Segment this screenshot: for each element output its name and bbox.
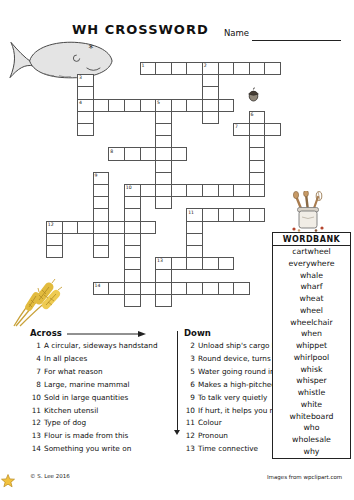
grid-cell[interactable] — [140, 221, 157, 234]
clue-num: 12 — [30, 417, 41, 430]
grid-cell[interactable] — [249, 184, 266, 197]
clue-number: 1 — [141, 63, 144, 68]
clue-text: Type of dog — [44, 417, 178, 430]
grid-cell[interactable] — [93, 196, 110, 209]
grid-cell[interactable] — [155, 196, 172, 209]
clue-number: 8 — [110, 149, 113, 154]
grid-cell[interactable] — [93, 99, 110, 112]
name-label: Name — [224, 28, 249, 38]
clue-num: 1 — [30, 340, 41, 353]
clue-text: In all places — [44, 353, 178, 366]
wordbank-word: wheat — [273, 293, 350, 305]
clue-number: 6 — [251, 112, 254, 117]
clue-number: 3 — [79, 75, 82, 80]
wordbank-word: wheelchair — [273, 317, 350, 329]
grid-cell[interactable] — [186, 99, 203, 112]
grid-cell[interactable] — [93, 221, 110, 234]
wordbank-word: cartwheel — [273, 246, 350, 258]
grid-cell[interactable] — [264, 123, 281, 136]
grid-cell[interactable] — [155, 294, 172, 307]
grid-cell[interactable]: 12 — [46, 221, 63, 234]
clue-num: 11 — [184, 417, 195, 430]
across-clue: 1A circular, sideways handstand — [30, 340, 178, 353]
grid-cell[interactable] — [77, 111, 94, 124]
wordbank-word: when — [273, 328, 350, 340]
crossword-grid: 1234567891011121314 — [46, 62, 280, 306]
grid-cell[interactable] — [124, 269, 141, 282]
grid-cell[interactable] — [124, 257, 141, 270]
grid-cell[interactable]: 8 — [108, 147, 125, 160]
grid-cell[interactable] — [93, 208, 110, 221]
grid-cell[interactable] — [202, 184, 219, 197]
across-arrow-icon — [67, 330, 147, 338]
across-clue: 11Kitchen utensil — [30, 405, 178, 418]
copyright-credit: © S. Lee 2016 — [30, 473, 70, 479]
grid-cell[interactable] — [186, 282, 203, 295]
across-clue: 13Flour is made from this — [30, 430, 178, 443]
grid-cell[interactable] — [124, 233, 141, 246]
clue-num: 6 — [184, 379, 195, 392]
wordbank-word: white — [273, 399, 350, 411]
wordbank-list: cartwheeleverywherewhalewharfwheatwheelw… — [273, 246, 350, 458]
grid-cell[interactable] — [140, 147, 157, 160]
grid-cell[interactable] — [218, 62, 235, 75]
clue-text: Something you write on — [44, 443, 178, 456]
grid-cell[interactable] — [218, 208, 235, 221]
across-clue: 8Large, marine mammal — [30, 379, 178, 392]
clue-num: 3 — [184, 353, 195, 366]
clue-num: 7 — [30, 366, 41, 379]
clue-text: Flour is made from this — [44, 430, 178, 443]
grid-cell[interactable] — [124, 282, 141, 295]
grid-cell[interactable] — [171, 282, 188, 295]
grid-cell[interactable] — [186, 221, 203, 234]
clue-num: 13 — [30, 430, 41, 443]
across-heading: Across — [30, 327, 62, 340]
clue-num: 10 — [184, 405, 195, 418]
clue-number: 2 — [204, 63, 207, 68]
wordbank-word: whistle — [273, 387, 350, 399]
wordbank-word: whisk — [273, 364, 350, 376]
across-clue: 4In all places — [30, 353, 178, 366]
clue-number: 5 — [157, 100, 160, 105]
grid-cell[interactable] — [202, 282, 219, 295]
clue-num: 11 — [30, 405, 41, 418]
clue-text: Kitchen utensil — [44, 405, 178, 418]
grid-cell[interactable] — [186, 233, 203, 246]
worksheet-page: WH CROSSWORD Name * — [0, 0, 354, 500]
grid-cell[interactable] — [155, 135, 172, 148]
grid-cell[interactable] — [124, 208, 141, 221]
clue-number: 11 — [188, 210, 194, 215]
grid-cell[interactable] — [249, 135, 266, 148]
grid-cell[interactable]: 6 — [249, 111, 266, 124]
grid-cell[interactable] — [202, 86, 219, 99]
clue-num: 12 — [184, 430, 195, 443]
clue-num: 4 — [30, 353, 41, 366]
wordbank-word: whale — [273, 270, 350, 282]
grid-cell[interactable] — [202, 208, 219, 221]
grid-cell[interactable] — [202, 111, 219, 124]
grid-cell[interactable]: 5 — [155, 99, 172, 112]
wheat-icon — [6, 276, 64, 328]
across-clue: 14Something you write on — [30, 443, 178, 456]
grid-cell[interactable] — [124, 147, 141, 160]
clue-divider-line — [177, 331, 178, 430]
wordbank-word: wheel — [273, 305, 350, 317]
grid-cell[interactable] — [171, 62, 188, 75]
grid-cell[interactable] — [108, 282, 125, 295]
clue-num: 10 — [30, 392, 41, 405]
grid-cell[interactable] — [249, 172, 266, 185]
grid-cell[interactable] — [202, 257, 219, 270]
clue-text: Sold in large quantities — [44, 392, 178, 405]
grid-cell[interactable] — [218, 99, 235, 112]
across-clue-list: 1A circular, sideways handstand4In all p… — [30, 340, 178, 456]
grid-cell[interactable] — [202, 74, 219, 87]
wordbank-word: whiteboard — [273, 411, 350, 423]
clue-num: 9 — [184, 392, 195, 405]
grid-cell[interactable]: 7 — [233, 123, 250, 136]
grid-cell[interactable] — [155, 160, 172, 173]
page-title: WH CROSSWORD — [72, 22, 209, 37]
clue-num: 8 — [30, 379, 41, 392]
grid-cell[interactable] — [155, 62, 172, 75]
clue-number: 12 — [48, 222, 54, 227]
grid-cell[interactable] — [77, 123, 94, 136]
wordbank-word: whisper — [273, 375, 350, 387]
grid-cell[interactable] — [202, 99, 219, 112]
grid-cell[interactable] — [108, 221, 125, 234]
grid-cell[interactable] — [140, 282, 157, 295]
grid-cell[interactable] — [124, 196, 141, 209]
across-clue: 10Sold in large quantities — [30, 392, 178, 405]
grid-cell[interactable]: 13 — [155, 257, 172, 270]
grid-cell[interactable] — [218, 257, 235, 270]
clue-text: For what reason — [44, 366, 178, 379]
across-clue: 7For what reason — [30, 366, 178, 379]
grid-cell[interactable] — [249, 160, 266, 173]
grid-cell[interactable] — [186, 62, 203, 75]
wordbank-title: WORDBANK — [273, 233, 350, 246]
clue-number: 7 — [235, 124, 238, 129]
grid-cell[interactable] — [249, 147, 266, 160]
down-heading: Down — [184, 327, 211, 340]
grid-cell[interactable]: 4 — [77, 99, 94, 112]
grid-cell[interactable] — [46, 233, 63, 246]
grid-cell[interactable] — [155, 282, 172, 295]
grid-cell[interactable] — [218, 184, 235, 197]
clue-number: 13 — [157, 258, 163, 263]
grid-cell[interactable] — [233, 62, 250, 75]
grid-cell[interactable] — [233, 208, 250, 221]
grid-cell[interactable]: 14 — [93, 282, 110, 295]
clue-text: Large, marine mammal — [44, 379, 178, 392]
grid-cell[interactable] — [171, 99, 188, 112]
grid-cell[interactable] — [249, 62, 266, 75]
clue-num: 2 — [184, 340, 195, 353]
grid-cell[interactable] — [171, 147, 188, 160]
clue-number: 10 — [126, 185, 132, 190]
down-arrow-icon — [174, 430, 180, 435]
grid-cell[interactable] — [186, 184, 203, 197]
wordbank-box: WORDBANK cartwheeleverywherewhalewharfwh… — [272, 232, 351, 459]
grid-cell[interactable]: 11 — [186, 208, 203, 221]
grid-cell[interactable] — [124, 294, 141, 307]
clue-number: 9 — [95, 173, 98, 178]
grid-cell[interactable] — [264, 62, 281, 75]
grid-cell[interactable] — [46, 245, 63, 258]
grid-cell[interactable] — [155, 172, 172, 185]
clue-number: 14 — [95, 283, 101, 288]
grid-cell[interactable] — [218, 282, 235, 295]
grid-cell[interactable] — [108, 99, 125, 112]
clue-number: 4 — [79, 100, 82, 105]
wordbank-word: wharf — [273, 281, 350, 293]
images-credit: Images from wpclipart.com — [267, 474, 342, 480]
wordbank-word: whippet — [273, 340, 350, 352]
grid-cell[interactable]: 1 — [140, 62, 157, 75]
grid-cell[interactable] — [155, 111, 172, 124]
grid-cell[interactable] — [77, 86, 94, 99]
across-clue: 12Type of dog — [30, 417, 178, 430]
wordbank-word: whirlpool — [273, 352, 350, 364]
wordbank-word: who — [273, 422, 350, 434]
grid-cell[interactable] — [171, 257, 188, 270]
grid-cell[interactable] — [171, 184, 188, 197]
grid-cell[interactable] — [124, 221, 141, 234]
grid-cell[interactable] — [62, 221, 79, 234]
grid-cell[interactable] — [140, 99, 157, 112]
wordbank-word: why — [273, 446, 350, 458]
grid-cell[interactable] — [186, 257, 203, 270]
clue-num: 14 — [30, 443, 41, 456]
grid-cell[interactable] — [77, 221, 94, 234]
name-input-line[interactable] — [252, 40, 341, 41]
grid-cell[interactable] — [93, 233, 110, 246]
svg-text:*: * — [89, 43, 94, 54]
grid-cell[interactable] — [93, 245, 110, 258]
grid-cell[interactable] — [233, 184, 250, 197]
grid-cell[interactable] — [124, 99, 141, 112]
grid-cell[interactable]: 3 — [77, 74, 94, 87]
clue-num: 5 — [184, 366, 195, 379]
across-clues: Across 1A circular, sideways handstand4I… — [30, 327, 178, 456]
grid-cell[interactable] — [155, 147, 172, 160]
grid-cell[interactable] — [249, 208, 266, 221]
grid-cell[interactable] — [233, 282, 250, 295]
star-icon — [1, 474, 15, 488]
grid-cell[interactable] — [155, 269, 172, 282]
clue-num: 13 — [184, 443, 195, 456]
wordbank-word: wholesale — [273, 434, 350, 446]
grid-cell[interactable]: 9 — [93, 172, 110, 185]
grid-cell[interactable] — [140, 184, 157, 197]
utensil-jar-icon — [286, 191, 330, 233]
clue-text: A circular, sideways handstand — [44, 340, 178, 353]
wordbank-word: everywhere — [273, 258, 350, 270]
